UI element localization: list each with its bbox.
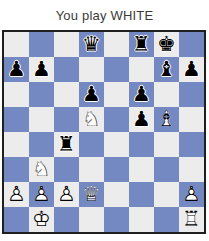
chess-puzzle-panel: You play WHITE ♛♜♚♟♟♝♟♟♟♞♘♟♝♗♜♞♘♟♙♟♙♟♙♛♕… bbox=[0, 0, 209, 241]
black-pawn[interactable]: ♟ bbox=[79, 82, 104, 107]
white-knight[interactable]: ♞♘ bbox=[79, 107, 104, 132]
square-h8[interactable] bbox=[179, 32, 204, 57]
square-c8[interactable] bbox=[54, 32, 79, 57]
square-e2[interactable] bbox=[104, 182, 129, 207]
black-pawn[interactable]: ♟ bbox=[4, 57, 29, 82]
black-pawn[interactable]: ♟ bbox=[129, 107, 154, 132]
square-h7[interactable]: ♟ bbox=[179, 57, 204, 82]
white-pawn[interactable]: ♟♙ bbox=[29, 182, 54, 207]
piece-outline: ♖ bbox=[179, 207, 204, 232]
square-g6[interactable] bbox=[154, 82, 179, 107]
square-b4[interactable] bbox=[29, 132, 54, 157]
square-c6[interactable] bbox=[54, 82, 79, 107]
square-c5[interactable] bbox=[54, 107, 79, 132]
square-f2[interactable] bbox=[129, 182, 154, 207]
square-d2[interactable]: ♛♕ bbox=[79, 182, 104, 207]
piece-fill: ♜ bbox=[54, 132, 79, 157]
piece-fill: ♟ bbox=[179, 57, 204, 82]
black-pawn[interactable]: ♟ bbox=[129, 82, 154, 107]
square-d5[interactable]: ♞♘ bbox=[79, 107, 104, 132]
square-b5[interactable] bbox=[29, 107, 54, 132]
piece-outline: ♙ bbox=[54, 182, 79, 207]
square-f3[interactable] bbox=[129, 157, 154, 182]
square-c7[interactable] bbox=[54, 57, 79, 82]
square-g2[interactable] bbox=[154, 182, 179, 207]
black-rook[interactable]: ♜ bbox=[129, 32, 154, 57]
square-e6[interactable] bbox=[104, 82, 129, 107]
square-h1[interactable]: ♜♖ bbox=[179, 207, 204, 232]
white-bishop[interactable]: ♝♗ bbox=[154, 107, 179, 132]
square-d4[interactable] bbox=[79, 132, 104, 157]
square-f6[interactable]: ♟ bbox=[129, 82, 154, 107]
square-a2[interactable]: ♟♙ bbox=[4, 182, 29, 207]
square-b8[interactable] bbox=[29, 32, 54, 57]
square-a1[interactable] bbox=[4, 207, 29, 232]
white-rook[interactable]: ♜♖ bbox=[179, 207, 204, 232]
square-c2[interactable]: ♟♙ bbox=[54, 182, 79, 207]
square-a8[interactable] bbox=[4, 32, 29, 57]
square-g4[interactable] bbox=[154, 132, 179, 157]
piece-fill: ♜ bbox=[129, 32, 154, 57]
piece-outline: ♙ bbox=[4, 182, 29, 207]
black-queen[interactable]: ♛ bbox=[79, 32, 104, 57]
piece-outline: ♔ bbox=[29, 207, 54, 232]
piece-fill: ♟ bbox=[29, 57, 54, 82]
black-rook[interactable]: ♜ bbox=[54, 132, 79, 157]
square-b6[interactable] bbox=[29, 82, 54, 107]
square-d1[interactable] bbox=[79, 207, 104, 232]
piece-outline: ♗ bbox=[154, 107, 179, 132]
square-e8[interactable] bbox=[104, 32, 129, 57]
square-h2[interactable]: ♟♙ bbox=[179, 182, 204, 207]
piece-fill: ♟ bbox=[129, 82, 154, 107]
square-e4[interactable] bbox=[104, 132, 129, 157]
piece-outline: ♙ bbox=[29, 182, 54, 207]
square-g3[interactable] bbox=[154, 157, 179, 182]
square-g8[interactable]: ♚ bbox=[154, 32, 179, 57]
square-d8[interactable]: ♛ bbox=[79, 32, 104, 57]
piece-fill: ♟ bbox=[4, 57, 29, 82]
square-b1[interactable]: ♚♔ bbox=[29, 207, 54, 232]
square-d3[interactable] bbox=[79, 157, 104, 182]
square-f4[interactable] bbox=[129, 132, 154, 157]
square-g7[interactable]: ♝ bbox=[154, 57, 179, 82]
square-a6[interactable] bbox=[4, 82, 29, 107]
square-e5[interactable] bbox=[104, 107, 129, 132]
square-h5[interactable] bbox=[179, 107, 204, 132]
square-b3[interactable]: ♞♘ bbox=[29, 157, 54, 182]
square-h4[interactable] bbox=[179, 132, 204, 157]
square-c3[interactable] bbox=[54, 157, 79, 182]
piece-fill: ♟ bbox=[79, 82, 104, 107]
square-b2[interactable]: ♟♙ bbox=[29, 182, 54, 207]
white-pawn[interactable]: ♟♙ bbox=[179, 182, 204, 207]
black-pawn[interactable]: ♟ bbox=[29, 57, 54, 82]
square-d6[interactable]: ♟ bbox=[79, 82, 104, 107]
white-pawn[interactable]: ♟♙ bbox=[54, 182, 79, 207]
piece-fill: ♝ bbox=[154, 57, 179, 82]
square-h6[interactable] bbox=[179, 82, 204, 107]
square-c4[interactable]: ♜ bbox=[54, 132, 79, 157]
white-pawn[interactable]: ♟♙ bbox=[4, 182, 29, 207]
square-g5[interactable]: ♝♗ bbox=[154, 107, 179, 132]
black-bishop[interactable]: ♝ bbox=[154, 57, 179, 82]
square-f7[interactable] bbox=[129, 57, 154, 82]
square-f8[interactable]: ♜ bbox=[129, 32, 154, 57]
square-b7[interactable]: ♟ bbox=[29, 57, 54, 82]
square-f5[interactable]: ♟ bbox=[129, 107, 154, 132]
square-a3[interactable] bbox=[4, 157, 29, 182]
page-title: You play WHITE bbox=[0, 0, 209, 30]
square-h3[interactable] bbox=[179, 157, 204, 182]
square-f1[interactable] bbox=[129, 207, 154, 232]
piece-fill: ♛ bbox=[79, 32, 104, 57]
square-d7[interactable] bbox=[79, 57, 104, 82]
black-pawn[interactable]: ♟ bbox=[179, 57, 204, 82]
white-queen[interactable]: ♛♕ bbox=[79, 182, 104, 207]
piece-outline: ♘ bbox=[79, 107, 104, 132]
piece-outline: ♕ bbox=[79, 182, 104, 207]
piece-fill: ♚ bbox=[154, 32, 179, 57]
black-king[interactable]: ♚ bbox=[154, 32, 179, 57]
piece-fill: ♟ bbox=[129, 107, 154, 132]
chess-board: ♛♜♚♟♟♝♟♟♟♞♘♟♝♗♜♞♘♟♙♟♙♟♙♛♕♟♙♚♔♜♖ bbox=[2, 30, 206, 234]
square-g1[interactable] bbox=[154, 207, 179, 232]
piece-outline: ♘ bbox=[29, 157, 54, 182]
white-king[interactable]: ♚♔ bbox=[29, 207, 54, 232]
square-a7[interactable]: ♟ bbox=[4, 57, 29, 82]
white-knight[interactable]: ♞♘ bbox=[29, 157, 54, 182]
square-a5[interactable] bbox=[4, 107, 29, 132]
piece-outline: ♙ bbox=[179, 182, 204, 207]
square-c1[interactable] bbox=[54, 207, 79, 232]
square-e1[interactable] bbox=[104, 207, 129, 232]
square-e3[interactable] bbox=[104, 157, 129, 182]
square-e7[interactable] bbox=[104, 57, 129, 82]
square-a4[interactable] bbox=[4, 132, 29, 157]
